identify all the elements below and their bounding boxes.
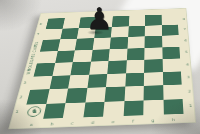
square-d6[interactable] <box>92 38 111 50</box>
square-f1[interactable] <box>123 100 143 116</box>
square-g7[interactable] <box>145 25 162 36</box>
square-g2[interactable] <box>144 85 164 100</box>
square-d3[interactable] <box>87 74 107 88</box>
square-e4[interactable] <box>107 60 126 73</box>
black-pawn[interactable]: ♟ <box>86 4 113 34</box>
square-h7[interactable] <box>161 24 178 35</box>
square-g8[interactable] <box>145 15 162 26</box>
square-d4[interactable] <box>89 61 109 74</box>
file-label: h <box>172 118 175 122</box>
square-c6[interactable] <box>75 38 94 50</box>
rank-label: 7 <box>36 33 39 36</box>
rank-label: 7 <box>183 28 186 31</box>
square-c4[interactable] <box>70 62 90 75</box>
square-d5[interactable] <box>91 49 110 62</box>
square-f8[interactable] <box>128 15 145 26</box>
square-g1[interactable] <box>143 99 163 115</box>
square-c5[interactable] <box>73 50 93 63</box>
rank-label: 2 <box>188 90 191 94</box>
square-h2[interactable] <box>163 85 183 100</box>
square-e3[interactable] <box>106 73 126 87</box>
square-e6[interactable] <box>110 37 128 49</box>
rank-label: 8 <box>183 18 186 21</box>
file-label: e <box>112 120 115 124</box>
rank-label: 2 <box>19 95 23 99</box>
square-f4[interactable] <box>126 60 145 73</box>
file-label: a <box>29 123 33 127</box>
file-label: c <box>71 121 74 125</box>
square-h1[interactable] <box>163 99 183 115</box>
square-e7[interactable] <box>111 26 129 37</box>
square-h5[interactable] <box>162 47 180 60</box>
square-h4[interactable] <box>162 58 181 71</box>
square-c3[interactable] <box>68 74 89 88</box>
file-label: d <box>91 120 95 124</box>
square-f6[interactable] <box>127 36 145 48</box>
square-g6[interactable] <box>145 36 162 48</box>
square-h3[interactable] <box>162 71 181 85</box>
file-labels: abcdefgh <box>21 117 184 127</box>
rank-labels-right: 87654321 <box>182 14 193 114</box>
file-label: b <box>50 122 54 126</box>
rank-label: 3 <box>23 82 27 85</box>
square-e2[interactable] <box>105 87 125 102</box>
brand-logo-knight-icon: ♞ <box>26 106 42 117</box>
square-d1[interactable] <box>83 101 105 117</box>
rank-label: 1 <box>15 110 19 114</box>
square-g3[interactable] <box>144 72 163 86</box>
square-h8[interactable] <box>161 14 178 25</box>
table-cloth: ♞ abcdefgh 87654321 87654321 WHOLESALE C… <box>0 0 200 134</box>
rank-label: 1 <box>189 104 192 108</box>
square-c1[interactable] <box>63 102 85 118</box>
square-f5[interactable] <box>126 48 144 61</box>
square-f3[interactable] <box>125 72 144 86</box>
square-e8[interactable] <box>112 16 129 27</box>
square-e1[interactable] <box>103 101 124 117</box>
square-g4[interactable] <box>144 59 162 72</box>
rank-label: 5 <box>185 51 188 54</box>
rank-label: 4 <box>186 63 189 66</box>
square-d2[interactable] <box>85 87 106 102</box>
square-e5[interactable] <box>108 48 127 61</box>
square-h6[interactable] <box>162 35 180 47</box>
file-label: f <box>132 119 134 123</box>
square-g5[interactable] <box>144 47 162 60</box>
rank-label: 8 <box>39 23 42 26</box>
file-label: g <box>151 118 154 122</box>
square-c2[interactable] <box>66 88 87 103</box>
square-f7[interactable] <box>128 26 145 37</box>
square-f2[interactable] <box>124 86 144 101</box>
rank-label: 3 <box>187 76 190 79</box>
rank-label: 6 <box>184 39 187 42</box>
